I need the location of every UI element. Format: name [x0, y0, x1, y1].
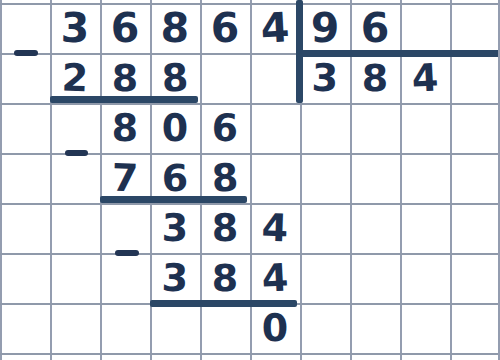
minus-sign-step-3: [115, 250, 139, 256]
digit-cell: 6: [100, 3, 151, 54]
digit-cell: 3: [150, 203, 201, 254]
digit-cell: 8: [200, 203, 251, 254]
digit-cell: 4: [249, 2, 302, 55]
digit-cell: 0: [150, 103, 201, 154]
digit-cell: 8: [149, 2, 201, 54]
subtraction-underline-1: [50, 96, 198, 103]
digit-cell: 3: [149, 252, 201, 304]
digit-cell: 0: [250, 303, 301, 354]
digit-cell: 3: [299, 52, 351, 104]
digit-cell: 8: [200, 253, 250, 303]
digit-cell: 4: [249, 202, 301, 254]
digit-cell: 6: [350, 3, 401, 54]
digit-cell: 6: [200, 3, 250, 53]
digit-cell: 3: [50, 3, 101, 54]
digit-cell: 4: [249, 252, 302, 305]
minus-sign-step-1: [14, 50, 38, 56]
digit-cell: 8: [100, 103, 151, 154]
digit-cell: 8: [350, 53, 400, 103]
subtraction-underline-2: [100, 196, 247, 203]
minus-sign-step-2: [65, 150, 88, 156]
long-division-worksheet: 36864962883848067683843840: [0, 0, 500, 360]
digit-cell: 4: [399, 52, 452, 105]
digit-cell: 6: [199, 102, 251, 154]
digit-cell: 9: [300, 3, 351, 54]
subtraction-underline-3: [150, 300, 297, 307]
division-bracket-horizontal: [296, 50, 500, 57]
